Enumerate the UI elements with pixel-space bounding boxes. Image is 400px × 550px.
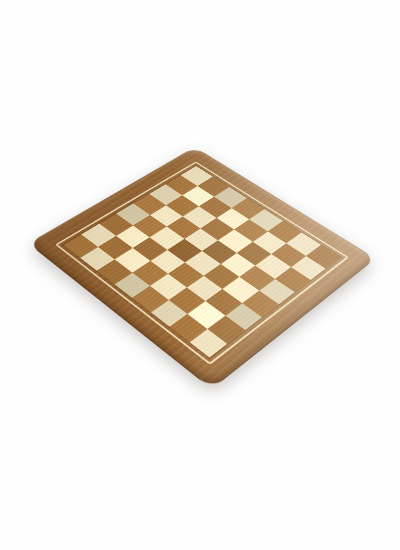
product-photo (0, 0, 400, 550)
board-field (63, 166, 340, 357)
chess-board (28, 147, 376, 389)
board-shadow-wrap (0, 0, 400, 550)
